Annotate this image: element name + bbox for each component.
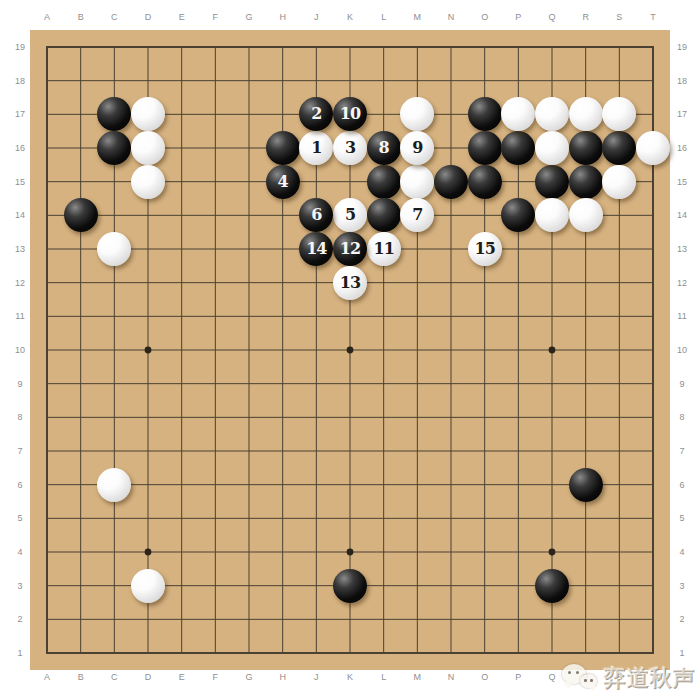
coord-label-right-13: 13 <box>677 245 687 254</box>
go-diagram: AABBCCDDEEFFGGHHJJKKLLMMNNOOPPQQRRSSTT19… <box>0 0 700 700</box>
stone-D16[interactable] <box>131 131 165 165</box>
coord-label-bottom-B: B <box>78 673 84 682</box>
stone-M14[interactable]: 7 <box>400 198 434 232</box>
stone-K14[interactable]: 5 <box>333 198 367 232</box>
coord-label-right-7: 7 <box>679 447 684 456</box>
coord-label-bottom-G: G <box>245 673 252 682</box>
stone-R14[interactable] <box>569 198 603 232</box>
coord-label-left-1: 1 <box>17 649 22 658</box>
coord-label-left-16: 16 <box>15 144 25 153</box>
move-number: 1 <box>311 140 321 156</box>
stone-D17[interactable] <box>131 97 165 131</box>
coord-label-right-10: 10 <box>677 346 687 355</box>
coord-label-right-1: 1 <box>679 649 684 658</box>
stone-N15[interactable] <box>434 165 468 199</box>
move-number: 6 <box>311 207 321 223</box>
stone-O15[interactable] <box>468 165 502 199</box>
move-number: 9 <box>412 140 422 156</box>
move-number: 8 <box>379 140 389 156</box>
stone-P16[interactable] <box>501 131 535 165</box>
stone-Q17[interactable] <box>535 97 569 131</box>
stone-K13[interactable]: 12 <box>333 232 367 266</box>
stone-Q3[interactable] <box>535 569 569 603</box>
move-number: 15 <box>475 241 495 257</box>
coord-label-left-9: 9 <box>17 379 22 388</box>
move-number: 13 <box>340 275 360 291</box>
move-number: 10 <box>340 106 360 122</box>
coord-label-top-G: G <box>245 13 252 22</box>
coord-label-right-19: 19 <box>677 43 687 52</box>
coord-label-right-5: 5 <box>679 514 684 523</box>
coord-label-bottom-D: D <box>145 673 152 682</box>
coord-label-left-18: 18 <box>15 76 25 85</box>
coord-label-left-7: 7 <box>17 447 22 456</box>
stone-H16[interactable] <box>266 131 300 165</box>
stone-K17[interactable]: 10 <box>333 97 367 131</box>
coord-label-bottom-H: H <box>279 673 286 682</box>
coord-label-left-3: 3 <box>17 581 22 590</box>
move-number: 7 <box>412 207 422 223</box>
coord-label-bottom-P: P <box>515 673 521 682</box>
stone-L16[interactable]: 8 <box>367 131 401 165</box>
move-number: 2 <box>311 106 321 122</box>
coord-label-right-16: 16 <box>677 144 687 153</box>
coord-label-left-15: 15 <box>15 177 25 186</box>
stone-R15[interactable] <box>569 165 603 199</box>
coord-label-bottom-M: M <box>414 673 422 682</box>
stone-M16[interactable]: 9 <box>400 131 434 165</box>
star-point-D10 <box>145 347 152 354</box>
coord-label-right-12: 12 <box>677 278 687 287</box>
coord-label-top-F: F <box>213 13 219 22</box>
stone-L15[interactable] <box>367 165 401 199</box>
stone-Q16[interactable] <box>535 131 569 165</box>
coord-label-right-18: 18 <box>677 76 687 85</box>
stone-S15[interactable] <box>602 165 636 199</box>
stone-L14[interactable] <box>367 198 401 232</box>
coord-label-left-11: 11 <box>15 312 24 321</box>
stone-K3[interactable] <box>333 569 367 603</box>
coord-label-top-L: L <box>381 13 386 22</box>
coord-label-top-H: H <box>279 13 286 22</box>
coord-label-top-S: S <box>616 13 622 22</box>
stone-M17[interactable] <box>400 97 434 131</box>
coord-label-top-J: J <box>314 13 319 22</box>
stone-S16[interactable] <box>602 131 636 165</box>
move-number: 3 <box>345 140 355 156</box>
coord-label-bottom-O: O <box>481 673 488 682</box>
move-number: 14 <box>306 241 326 257</box>
stone-C16[interactable] <box>97 131 131 165</box>
coord-label-top-O: O <box>481 13 488 22</box>
stone-B14[interactable] <box>64 198 98 232</box>
coord-label-left-19: 19 <box>15 43 25 52</box>
coord-label-left-2: 2 <box>17 615 22 624</box>
stone-P14[interactable] <box>501 198 535 232</box>
coord-label-top-M: M <box>414 13 422 22</box>
stone-C13[interactable] <box>97 232 131 266</box>
stone-R16[interactable] <box>569 131 603 165</box>
stone-R17[interactable] <box>569 97 603 131</box>
coord-label-right-9: 9 <box>679 379 684 388</box>
star-point-Q4 <box>549 549 556 556</box>
stone-D3[interactable] <box>131 569 165 603</box>
coord-label-left-10: 10 <box>15 346 25 355</box>
stone-C6[interactable] <box>97 468 131 502</box>
stone-J16[interactable]: 1 <box>299 131 333 165</box>
coord-label-right-3: 3 <box>679 581 684 590</box>
coord-label-left-12: 12 <box>15 278 25 287</box>
coord-label-bottom-T: T <box>650 673 656 682</box>
stone-J13[interactable]: 14 <box>299 232 333 266</box>
stone-T16[interactable] <box>636 131 670 165</box>
coord-label-bottom-A: A <box>44 673 50 682</box>
coord-label-top-R: R <box>582 13 589 22</box>
stone-O13[interactable]: 15 <box>468 232 502 266</box>
coord-label-top-K: K <box>347 13 353 22</box>
coord-label-left-13: 13 <box>15 245 25 254</box>
coord-label-bottom-S: S <box>616 673 622 682</box>
coord-label-right-6: 6 <box>679 480 684 489</box>
move-number: 12 <box>340 241 360 257</box>
stone-O16[interactable] <box>468 131 502 165</box>
stone-R6[interactable] <box>569 468 603 502</box>
coord-label-bottom-Q: Q <box>548 673 555 682</box>
coord-label-bottom-R: R <box>582 673 589 682</box>
stone-H15[interactable]: 4 <box>266 165 300 199</box>
coord-label-top-A: A <box>44 13 50 22</box>
stone-D15[interactable] <box>131 165 165 199</box>
coord-label-top-B: B <box>78 13 84 22</box>
coord-label-top-T: T <box>650 13 656 22</box>
coord-label-bottom-F: F <box>213 673 219 682</box>
coord-label-left-17: 17 <box>15 110 25 119</box>
coord-label-top-N: N <box>448 13 455 22</box>
coord-label-right-17: 17 <box>677 110 687 119</box>
coord-label-top-C: C <box>111 13 118 22</box>
star-point-Q10 <box>549 347 556 354</box>
coord-label-left-14: 14 <box>15 211 25 220</box>
coord-label-left-5: 5 <box>17 514 22 523</box>
stone-S17[interactable] <box>602 97 636 131</box>
coord-label-left-4: 4 <box>17 548 22 557</box>
coord-label-left-6: 6 <box>17 480 22 489</box>
coord-label-top-P: P <box>515 13 521 22</box>
coord-label-bottom-J: J <box>314 673 319 682</box>
coord-label-right-4: 4 <box>679 548 684 557</box>
star-point-D4 <box>145 549 152 556</box>
stone-J14[interactable]: 6 <box>299 198 333 232</box>
stone-Q14[interactable] <box>535 198 569 232</box>
stone-L13[interactable]: 11 <box>367 232 401 266</box>
stone-J17[interactable]: 2 <box>299 97 333 131</box>
coord-label-bottom-N: N <box>448 673 455 682</box>
coord-label-right-8: 8 <box>679 413 684 422</box>
coord-label-bottom-E: E <box>179 673 185 682</box>
coord-label-bottom-C: C <box>111 673 118 682</box>
coord-label-left-8: 8 <box>17 413 22 422</box>
star-point-K4 <box>347 549 354 556</box>
coord-label-top-D: D <box>145 13 152 22</box>
coord-label-top-Q: Q <box>548 13 555 22</box>
stone-Q15[interactable] <box>535 165 569 199</box>
stone-K16[interactable]: 3 <box>333 131 367 165</box>
move-number: 4 <box>278 174 288 190</box>
move-number: 5 <box>345 207 355 223</box>
coord-label-right-11: 11 <box>677 312 686 321</box>
stone-C17[interactable] <box>97 97 131 131</box>
coord-label-top-E: E <box>179 13 185 22</box>
coord-label-right-15: 15 <box>677 177 687 186</box>
stone-M15[interactable] <box>400 165 434 199</box>
coord-label-bottom-K: K <box>347 673 353 682</box>
coord-label-right-2: 2 <box>679 615 684 624</box>
coord-label-right-14: 14 <box>677 211 687 220</box>
stone-P17[interactable] <box>501 97 535 131</box>
coord-label-bottom-L: L <box>381 673 386 682</box>
stone-K12[interactable]: 13 <box>333 266 367 300</box>
move-number: 11 <box>374 241 394 257</box>
stone-O17[interactable] <box>468 97 502 131</box>
star-point-K10 <box>347 347 354 354</box>
